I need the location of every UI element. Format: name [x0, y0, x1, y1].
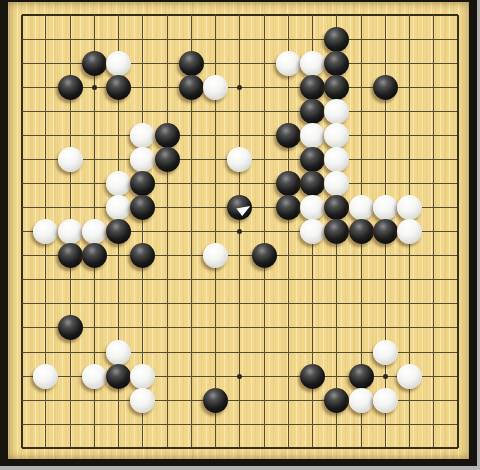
black-stone: [300, 171, 325, 196]
grid-line-vertical-L: [264, 15, 265, 448]
white-stone: [227, 147, 252, 172]
white-stone: [33, 364, 58, 389]
white-stone: [324, 123, 349, 148]
grid-line-vertical-M: [288, 15, 289, 448]
white-stone: [203, 243, 228, 268]
grid-line-horizontal-1: [22, 447, 459, 449]
white-stone: [373, 340, 398, 365]
white-stone: [397, 195, 422, 220]
black-stone: [276, 123, 301, 148]
white-stone: [324, 147, 349, 172]
black-stone: [349, 364, 374, 389]
black-stone: [227, 195, 252, 220]
white-stone: [106, 340, 131, 365]
white-stone: [130, 364, 155, 389]
star-point: [92, 85, 97, 90]
white-stone: [106, 51, 131, 76]
black-stone: [373, 75, 398, 100]
black-stone: [130, 195, 155, 220]
black-stone: [58, 243, 83, 268]
go-board[interactable]: [8, 2, 469, 459]
black-stone: [106, 364, 131, 389]
white-stone: [300, 123, 325, 148]
white-stone: [130, 123, 155, 148]
white-stone: [300, 219, 325, 244]
black-stone: [276, 195, 301, 220]
black-stone: [203, 388, 228, 413]
star-point: [383, 374, 388, 379]
white-stone: [324, 99, 349, 124]
white-stone: [106, 171, 131, 196]
black-stone: [300, 147, 325, 172]
white-stone: [300, 51, 325, 76]
black-stone: [324, 51, 349, 76]
black-stone: [130, 243, 155, 268]
black-stone: [130, 171, 155, 196]
black-stone: [324, 388, 349, 413]
grid-line-horizontal-6: [22, 327, 459, 328]
black-stone: [82, 51, 107, 76]
black-stone: [106, 219, 131, 244]
white-stone: [324, 171, 349, 196]
star-point: [237, 374, 242, 379]
black-stone: [179, 51, 204, 76]
white-stone: [58, 219, 83, 244]
black-stone: [324, 219, 349, 244]
black-stone: [324, 75, 349, 100]
white-stone: [58, 147, 83, 172]
white-stone: [276, 51, 301, 76]
white-stone: [397, 364, 422, 389]
black-stone: [58, 315, 83, 340]
last-move-triangle-marker: [236, 205, 250, 216]
black-stone: [155, 147, 180, 172]
black-stone: [252, 243, 277, 268]
white-stone: [106, 195, 131, 220]
white-stone: [130, 147, 155, 172]
black-stone: [276, 171, 301, 196]
black-stone: [82, 243, 107, 268]
white-stone: [373, 388, 398, 413]
black-stone: [324, 27, 349, 52]
white-stone: [82, 219, 107, 244]
grid-line-vertical-S: [433, 15, 434, 448]
black-stone: [58, 75, 83, 100]
black-stone: [155, 123, 180, 148]
white-stone: [33, 219, 58, 244]
white-stone: [300, 195, 325, 220]
black-stone: [324, 195, 349, 220]
black-stone: [373, 219, 398, 244]
white-stone: [130, 388, 155, 413]
white-stone: [203, 75, 228, 100]
white-stone: [349, 388, 374, 413]
white-stone: [373, 195, 398, 220]
star-point: [237, 85, 242, 90]
black-stone: [300, 364, 325, 389]
black-stone: [106, 75, 131, 100]
black-stone: [179, 75, 204, 100]
black-stone: [349, 219, 374, 244]
grid-line-horizontal-2: [22, 424, 459, 425]
white-stone: [82, 364, 107, 389]
black-stone: [300, 99, 325, 124]
grid-line-vertical-T: [457, 15, 459, 448]
star-point: [237, 229, 242, 234]
grid-line-horizontal-7: [22, 303, 459, 304]
white-stone: [349, 195, 374, 220]
white-stone: [397, 219, 422, 244]
window-edge-bottom: [0, 466, 480, 470]
grid-line-horizontal-8: [22, 279, 459, 280]
black-stone: [300, 75, 325, 100]
go-client-window: [0, 0, 480, 470]
